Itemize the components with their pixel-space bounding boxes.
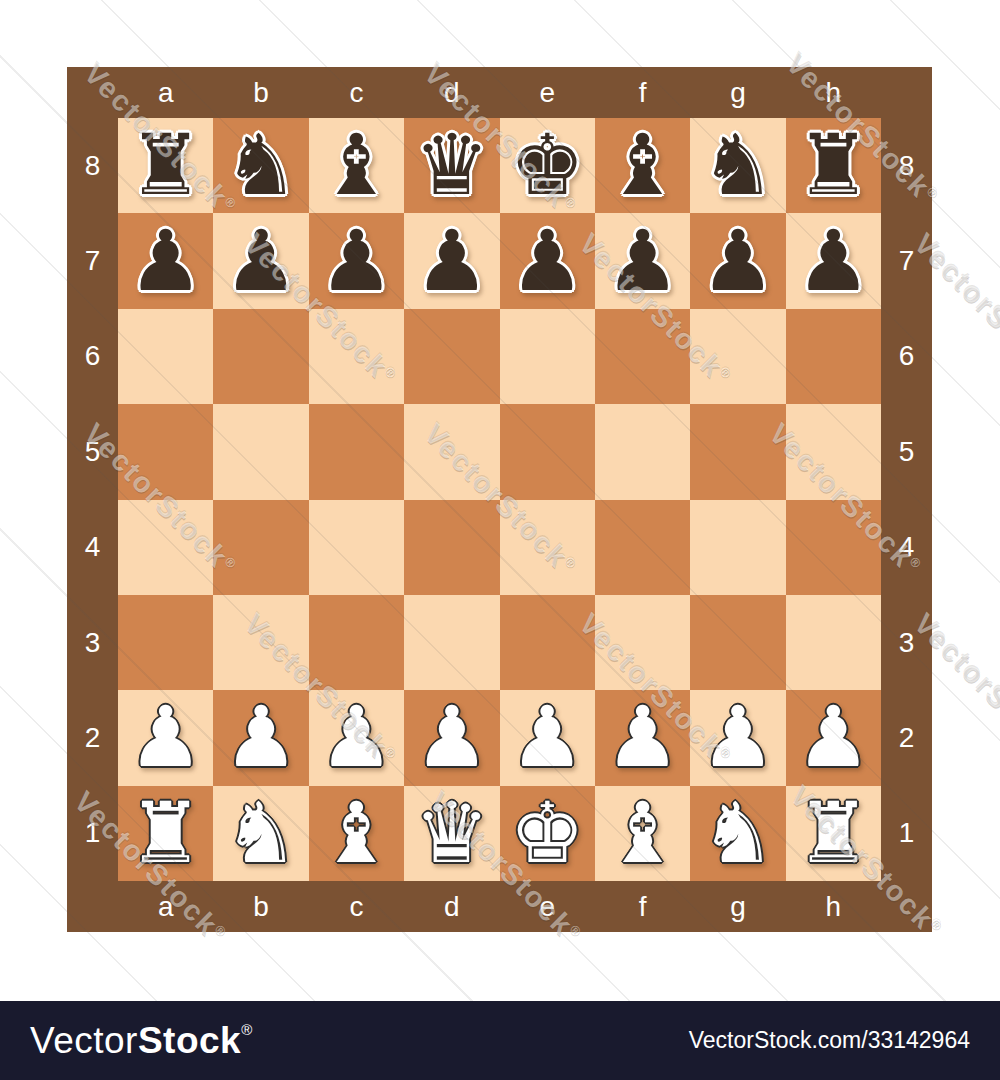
square-e1[interactable]: ♚	[500, 786, 595, 881]
rank-label-right-6: 6	[899, 340, 915, 372]
white-knight[interactable]: ♞	[223, 786, 298, 881]
square-f2[interactable]: ♟	[595, 690, 690, 785]
file-label-top-a: a	[158, 77, 174, 109]
white-pawn[interactable]: ♟	[128, 690, 203, 785]
square-g8[interactable]: ♞	[690, 118, 785, 213]
logo-stock-text: Stock	[138, 1020, 241, 1061]
logo-registered-mark: ®	[241, 1021, 253, 1038]
black-queen[interactable]: ♛	[414, 118, 489, 213]
rank-label-left-5: 5	[85, 436, 101, 468]
black-knight[interactable]: ♞	[700, 118, 775, 213]
square-a4[interactable]	[118, 500, 213, 595]
board-squares: ♜♞♝♛♚♝♞♜♟♟♟♟♟♟♟♟♟♟♟♟♟♟♟♟♜♞♝♛♚♝♞♜	[118, 118, 881, 881]
square-b2[interactable]: ♟	[213, 690, 308, 785]
square-g1[interactable]: ♞	[690, 786, 785, 881]
black-knight[interactable]: ♞	[223, 118, 298, 213]
rank-label-right-4: 4	[899, 531, 915, 563]
square-d6[interactable]	[404, 309, 499, 404]
square-f5[interactable]	[595, 404, 690, 499]
square-g3[interactable]	[690, 595, 785, 690]
square-f7[interactable]: ♟	[595, 213, 690, 308]
square-b1[interactable]: ♞	[213, 786, 308, 881]
black-pawn[interactable]: ♟	[605, 214, 680, 309]
square-b6[interactable]	[213, 309, 308, 404]
file-label-top-e: e	[539, 77, 555, 109]
square-f4[interactable]	[595, 500, 690, 595]
black-pawn[interactable]: ♟	[414, 214, 489, 309]
stock-image-preview: ♜♞♝♛♚♝♞♜♟♟♟♟♟♟♟♟♟♟♟♟♟♟♟♟♜♞♝♛♚♝♞♜ aabbccd…	[0, 0, 1000, 1080]
black-pawn[interactable]: ♟	[223, 214, 298, 309]
square-g5[interactable]	[690, 404, 785, 499]
square-d8[interactable]: ♛	[404, 118, 499, 213]
file-label-top-f: f	[639, 77, 647, 109]
black-king[interactable]: ♚	[510, 118, 585, 213]
white-rook[interactable]: ♜	[128, 786, 203, 881]
square-a7[interactable]: ♟	[118, 213, 213, 308]
file-label-bottom-g: g	[730, 891, 746, 923]
square-e6[interactable]	[500, 309, 595, 404]
square-c2[interactable]: ♟	[309, 690, 404, 785]
file-label-bottom-c: c	[349, 891, 363, 923]
square-d7[interactable]: ♟	[404, 213, 499, 308]
white-pawn[interactable]: ♟	[223, 690, 298, 785]
file-label-bottom-f: f	[639, 891, 647, 923]
square-g7[interactable]: ♟	[690, 213, 785, 308]
square-h3[interactable]	[786, 595, 881, 690]
black-pawn[interactable]: ♟	[796, 214, 871, 309]
square-f1[interactable]: ♝	[595, 786, 690, 881]
square-c8[interactable]: ♝	[309, 118, 404, 213]
black-pawn[interactable]: ♟	[128, 214, 203, 309]
square-d1[interactable]: ♛	[404, 786, 499, 881]
square-e5[interactable]	[500, 404, 595, 499]
rank-label-left-1: 1	[85, 817, 101, 849]
file-label-top-h: h	[826, 77, 842, 109]
image-credit-url: VectorStock.com/33142964	[689, 1027, 970, 1054]
black-bishop[interactable]: ♝	[605, 118, 680, 213]
square-c7[interactable]: ♟	[309, 213, 404, 308]
rank-label-right-7: 7	[899, 245, 915, 277]
logo-vector-text: Vector	[30, 1020, 138, 1061]
white-pawn[interactable]: ♟	[319, 690, 394, 785]
white-knight[interactable]: ♞	[700, 786, 775, 881]
rank-label-left-4: 4	[85, 531, 101, 563]
square-g2[interactable]: ♟	[690, 690, 785, 785]
square-c4[interactable]	[309, 500, 404, 595]
square-f3[interactable]	[595, 595, 690, 690]
rank-label-left-7: 7	[85, 245, 101, 277]
black-pawn[interactable]: ♟	[700, 214, 775, 309]
square-c6[interactable]	[309, 309, 404, 404]
rank-label-left-2: 2	[85, 722, 101, 754]
square-a2[interactable]: ♟	[118, 690, 213, 785]
square-h5[interactable]	[786, 404, 881, 499]
black-bishop[interactable]: ♝	[319, 118, 394, 213]
square-d5[interactable]	[404, 404, 499, 499]
square-e8[interactable]: ♚	[500, 118, 595, 213]
white-rook[interactable]: ♜	[796, 786, 871, 881]
file-label-bottom-h: h	[826, 891, 842, 923]
white-pawn[interactable]: ♟	[605, 690, 680, 785]
square-b5[interactable]	[213, 404, 308, 499]
square-e3[interactable]	[500, 595, 595, 690]
white-pawn[interactable]: ♟	[796, 690, 871, 785]
white-queen[interactable]: ♛	[414, 786, 489, 881]
square-a1[interactable]: ♜	[118, 786, 213, 881]
white-pawn[interactable]: ♟	[700, 690, 775, 785]
rank-label-left-8: 8	[85, 150, 101, 182]
vectorstock-logo: VectorStock®	[30, 1020, 253, 1062]
square-c5[interactable]	[309, 404, 404, 499]
file-label-bottom-a: a	[158, 891, 174, 923]
square-b4[interactable]	[213, 500, 308, 595]
rank-label-right-8: 8	[899, 150, 915, 182]
square-c3[interactable]	[309, 595, 404, 690]
square-h8[interactable]: ♜	[786, 118, 881, 213]
watermark-footer-bar: VectorStock® VectorStock.com/33142964	[0, 1001, 1000, 1080]
rank-label-right-3: 3	[899, 627, 915, 659]
file-label-top-d: d	[444, 77, 460, 109]
square-a3[interactable]	[118, 595, 213, 690]
rank-label-right-5: 5	[899, 436, 915, 468]
rank-label-right-2: 2	[899, 722, 915, 754]
square-b8[interactable]: ♞	[213, 118, 308, 213]
file-label-top-b: b	[253, 77, 269, 109]
black-pawn[interactable]: ♟	[510, 214, 585, 309]
white-pawn[interactable]: ♟	[414, 690, 489, 785]
square-b7[interactable]: ♟	[213, 213, 308, 308]
square-h7[interactable]: ♟	[786, 213, 881, 308]
rank-label-left-6: 6	[85, 340, 101, 372]
file-label-bottom-d: d	[444, 891, 460, 923]
square-f6[interactable]	[595, 309, 690, 404]
square-c1[interactable]: ♝	[309, 786, 404, 881]
square-h6[interactable]	[786, 309, 881, 404]
black-pawn[interactable]: ♟	[319, 214, 394, 309]
chess-board: ♜♞♝♛♚♝♞♜♟♟♟♟♟♟♟♟♟♟♟♟♟♟♟♟♜♞♝♛♚♝♞♜ aabbccd…	[67, 67, 932, 932]
square-d4[interactable]	[404, 500, 499, 595]
square-d2[interactable]: ♟	[404, 690, 499, 785]
file-label-top-c: c	[349, 77, 363, 109]
square-e7[interactable]: ♟	[500, 213, 595, 308]
black-rook[interactable]: ♜	[796, 118, 871, 213]
white-pawn[interactable]: ♟	[510, 690, 585, 785]
file-label-bottom-e: e	[539, 891, 555, 923]
square-b3[interactable]	[213, 595, 308, 690]
file-label-top-g: g	[730, 77, 746, 109]
white-king[interactable]: ♚	[510, 786, 585, 881]
square-f8[interactable]: ♝	[595, 118, 690, 213]
square-g4[interactable]	[690, 500, 785, 595]
rank-label-right-1: 1	[899, 817, 915, 849]
square-d3[interactable]	[404, 595, 499, 690]
rank-label-left-3: 3	[85, 627, 101, 659]
square-h2[interactable]: ♟	[786, 690, 881, 785]
file-label-bottom-b: b	[253, 891, 269, 923]
white-bishop[interactable]: ♝	[319, 786, 394, 881]
square-g6[interactable]	[690, 309, 785, 404]
square-h1[interactable]: ♜	[786, 786, 881, 881]
square-e4[interactable]	[500, 500, 595, 595]
square-a8[interactable]: ♜	[118, 118, 213, 213]
square-e2[interactable]: ♟	[500, 690, 595, 785]
black-rook[interactable]: ♜	[128, 118, 203, 213]
white-bishop[interactable]: ♝	[605, 786, 680, 881]
square-h4[interactable]	[786, 500, 881, 595]
square-a6[interactable]	[118, 309, 213, 404]
square-a5[interactable]	[118, 404, 213, 499]
